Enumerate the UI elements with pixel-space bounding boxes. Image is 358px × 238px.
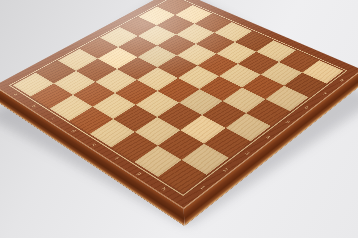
square-g4 (202, 101, 246, 128)
square-f2 (135, 117, 180, 145)
square-d3 (115, 80, 157, 105)
square-g2 (158, 130, 204, 160)
square-d1 (69, 107, 113, 134)
square-h5 (246, 99, 290, 126)
square-h1 (158, 160, 207, 193)
square-g6 (242, 74, 284, 99)
rank-labels: 87654321 (186, 72, 354, 199)
square-h7 (284, 73, 326, 98)
square-h3 (204, 128, 250, 158)
square-h2 (182, 143, 230, 174)
square-g5 (222, 87, 265, 113)
square-f3 (158, 103, 202, 130)
square-f4 (179, 89, 222, 115)
square-e2 (113, 105, 157, 132)
square-g3 (180, 115, 225, 143)
board-top-face: abcdefgh 87654321 (0, 0, 358, 209)
square-e3 (136, 91, 179, 117)
square-c1 (49, 95, 92, 121)
square-e1 (90, 119, 135, 148)
square-g1 (134, 145, 182, 176)
square-f1 (111, 132, 157, 162)
scene: abcdefgh 87654321 (0, 0, 358, 238)
square-b1 (31, 83, 73, 108)
square-c2 (73, 82, 115, 107)
chess-board: abcdefgh 87654321 (0, 0, 358, 209)
square-e4 (157, 78, 199, 103)
square-f5 (200, 76, 242, 101)
file-labels: abcdefgh (3, 87, 180, 201)
square-h6 (265, 86, 308, 112)
photo-background: abcdefgh 87654321 (0, 0, 358, 238)
square-d2 (93, 93, 136, 119)
square-h4 (226, 113, 271, 141)
playing-field (13, 0, 344, 193)
